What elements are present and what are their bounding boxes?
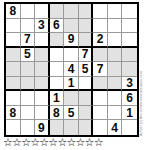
cell-r4c1[interactable]: [6, 48, 21, 63]
cell-r5c5[interactable]: 4: [64, 62, 79, 77]
cell-r5c9[interactable]: [122, 62, 137, 77]
cell-r3c2[interactable]: 7: [21, 33, 36, 48]
cell-r2c3[interactable]: 3: [35, 19, 50, 34]
cell-r2c4[interactable]: 6: [50, 19, 65, 34]
star-icon: ☆: [48, 136, 57, 149]
cell-r5c3[interactable]: [35, 62, 50, 77]
cell-r8c6[interactable]: [79, 106, 94, 121]
cell-r1c7[interactable]: [93, 4, 108, 19]
difficulty-stars: ☆☆☆☆☆☆☆☆☆☆☆: [3, 136, 147, 149]
cell-r4c3[interactable]: [35, 48, 50, 63]
cell-r7c6[interactable]: [79, 91, 94, 106]
watermark-text: AI2047 (c) Arto Inkala www.aisudoku.com: [140, 58, 144, 136]
cell-r4c5[interactable]: [64, 48, 79, 63]
cell-r4c2[interactable]: 5: [21, 48, 36, 63]
cell-r4c7[interactable]: [93, 48, 108, 63]
cell-r8c9[interactable]: 1: [122, 106, 137, 121]
cell-r5c7[interactable]: 7: [93, 62, 108, 77]
cell-r7c4[interactable]: 1: [50, 91, 65, 106]
cell-r9c8[interactable]: 4: [108, 120, 123, 135]
cell-r9c5[interactable]: [64, 120, 79, 135]
cell-r8c3[interactable]: [35, 106, 50, 121]
sudoku-page: 836792574571316885194 ☆☆☆☆☆☆☆☆☆☆☆ AI2047…: [0, 0, 150, 150]
cell-r6c5[interactable]: 1: [64, 77, 79, 92]
star-icon: ☆: [94, 136, 103, 149]
cell-r1c3[interactable]: [35, 4, 50, 19]
cell-r1c1[interactable]: 8: [6, 4, 21, 19]
star-icon: ☆: [57, 136, 66, 149]
cell-r2c5[interactable]: [64, 19, 79, 34]
cell-r7c1[interactable]: [6, 91, 21, 106]
cell-r8c2[interactable]: [21, 106, 36, 121]
cell-r8c1[interactable]: 8: [6, 106, 21, 121]
cell-r4c6[interactable]: 7: [79, 48, 94, 63]
cell-r3c3[interactable]: [35, 33, 50, 48]
sudoku-board: 836792574571316885194: [4, 2, 139, 137]
cell-r5c4[interactable]: [50, 62, 65, 77]
cell-r2c1[interactable]: [6, 19, 21, 34]
cell-r2c2[interactable]: [21, 19, 36, 34]
cell-r3c9[interactable]: [122, 33, 137, 48]
cell-r2c6[interactable]: [79, 19, 94, 34]
cell-r8c7[interactable]: [93, 106, 108, 121]
cell-r1c9[interactable]: [122, 4, 137, 19]
cell-r1c5[interactable]: [64, 4, 79, 19]
cell-r1c8[interactable]: [108, 4, 123, 19]
cell-r6c4[interactable]: [50, 77, 65, 92]
cell-r7c8[interactable]: [108, 91, 123, 106]
cell-r9c4[interactable]: [50, 120, 65, 135]
star-icon: ☆: [12, 136, 21, 149]
cell-r1c2[interactable]: [21, 4, 36, 19]
cell-r3c6[interactable]: [79, 33, 94, 48]
star-icon: ☆: [39, 136, 48, 149]
cell-r1c4[interactable]: [50, 4, 65, 19]
cell-r3c5[interactable]: 9: [64, 33, 79, 48]
cell-r6c9[interactable]: 3: [122, 77, 137, 92]
cell-r6c6[interactable]: [79, 77, 94, 92]
cell-r2c7[interactable]: [93, 19, 108, 34]
cell-r1c6[interactable]: [79, 4, 94, 19]
cell-r9c3[interactable]: 9: [35, 120, 50, 135]
cell-r9c9[interactable]: [122, 120, 137, 135]
cell-r7c2[interactable]: [21, 91, 36, 106]
cell-r8c4[interactable]: 8: [50, 106, 65, 121]
cell-r7c9[interactable]: 6: [122, 91, 137, 106]
cell-r4c8[interactable]: [108, 48, 123, 63]
cell-r8c5[interactable]: 5: [64, 106, 79, 121]
star-icon: ☆: [3, 136, 12, 149]
cell-r2c8[interactable]: [108, 19, 123, 34]
star-icon: ☆: [30, 136, 39, 149]
star-icon: ☆: [21, 136, 30, 149]
cell-r5c2[interactable]: [21, 62, 36, 77]
cell-r9c6[interactable]: [79, 120, 94, 135]
cell-r3c4[interactable]: [50, 33, 65, 48]
cell-r5c1[interactable]: [6, 62, 21, 77]
cell-r3c7[interactable]: 2: [93, 33, 108, 48]
cell-r6c1[interactable]: [6, 77, 21, 92]
cell-r2c9[interactable]: [122, 19, 137, 34]
star-icon: ☆: [66, 136, 75, 149]
cell-r8c8[interactable]: [108, 106, 123, 121]
cell-r9c1[interactable]: [6, 120, 21, 135]
cell-r6c3[interactable]: [35, 77, 50, 92]
cell-r6c2[interactable]: [21, 77, 36, 92]
cell-r6c7[interactable]: [93, 77, 108, 92]
cell-r9c2[interactable]: [21, 120, 36, 135]
cell-r7c7[interactable]: [93, 91, 108, 106]
cell-r7c3[interactable]: [35, 91, 50, 106]
cell-r6c8[interactable]: [108, 77, 123, 92]
cell-r7c5[interactable]: [64, 91, 79, 106]
star-icon: ☆: [76, 136, 85, 149]
cell-r5c6[interactable]: 5: [79, 62, 94, 77]
cell-r4c9[interactable]: [122, 48, 137, 63]
cell-r3c8[interactable]: [108, 33, 123, 48]
cell-r5c8[interactable]: [108, 62, 123, 77]
cell-r9c7[interactable]: [93, 120, 108, 135]
cell-r3c1[interactable]: [6, 33, 21, 48]
star-icon: ☆: [85, 136, 94, 149]
cell-r4c4[interactable]: [50, 48, 65, 63]
